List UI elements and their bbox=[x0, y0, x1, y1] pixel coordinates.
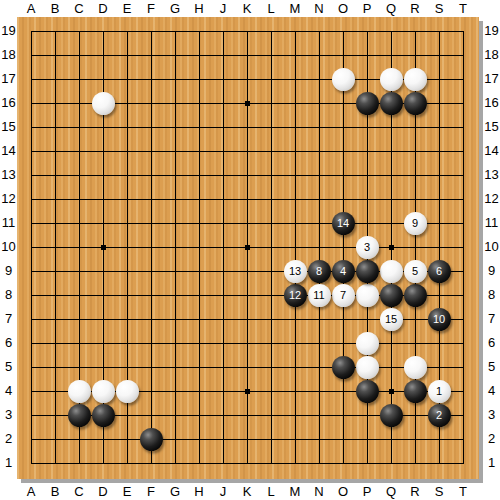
coordinate-label: E bbox=[115, 0, 139, 17]
stone-black[interactable] bbox=[380, 404, 403, 427]
stone-white[interactable]: 7 bbox=[332, 284, 355, 307]
coordinate-label: 16 bbox=[0, 91, 17, 115]
coordinate-label: O bbox=[331, 0, 355, 17]
stone-white[interactable] bbox=[404, 68, 427, 91]
stone-white[interactable]: 11 bbox=[308, 284, 331, 307]
stone-black[interactable] bbox=[332, 356, 355, 379]
coordinate-label: 10 bbox=[0, 235, 17, 259]
coordinate-label: 9 bbox=[483, 259, 500, 283]
coordinate-label: 11 bbox=[483, 211, 500, 235]
coordinate-label: G bbox=[163, 483, 187, 500]
coordinate-label: 16 bbox=[483, 91, 500, 115]
coordinate-label: 8 bbox=[483, 283, 500, 307]
coordinate-label: S bbox=[427, 0, 451, 17]
coordinate-label: 6 bbox=[483, 331, 500, 355]
stone-black[interactable]: 4 bbox=[332, 260, 355, 283]
stone-white[interactable] bbox=[380, 260, 403, 283]
coordinate-label: H bbox=[187, 483, 211, 500]
coordinate-label: 3 bbox=[483, 403, 500, 427]
coordinate-label: 6 bbox=[0, 331, 17, 355]
coordinate-label: 12 bbox=[0, 187, 17, 211]
stone-black[interactable] bbox=[356, 92, 379, 115]
coordinate-label: 18 bbox=[483, 43, 500, 67]
coordinate-label: 8 bbox=[0, 283, 17, 307]
coordinate-label: F bbox=[139, 483, 163, 500]
coordinate-label: 9 bbox=[0, 259, 17, 283]
coordinate-label: Q bbox=[379, 483, 403, 500]
coordinate-label: D bbox=[91, 0, 115, 17]
coordinate-label: M bbox=[283, 483, 307, 500]
stone-white[interactable] bbox=[404, 356, 427, 379]
coordinate-label: H bbox=[187, 0, 211, 17]
go-diagram: ABCDEFGHJKLMNOPQRST ABCDEFGHJKLMNOPQRST … bbox=[0, 0, 500, 500]
coordinate-label: G bbox=[163, 0, 187, 17]
coordinate-label: 17 bbox=[0, 67, 17, 91]
coordinate-label: 14 bbox=[483, 139, 500, 163]
stone-white[interactable] bbox=[116, 380, 139, 403]
stone-white[interactable]: 9 bbox=[404, 212, 427, 235]
stone-white[interactable] bbox=[332, 68, 355, 91]
stone-black[interactable] bbox=[68, 404, 91, 427]
stone-white[interactable] bbox=[68, 380, 91, 403]
coordinate-label: E bbox=[115, 483, 139, 500]
stone-black[interactable]: 14 bbox=[332, 212, 355, 235]
row-labels-right: 19181716151413121110987654321 bbox=[483, 19, 500, 475]
coordinate-label: 5 bbox=[483, 355, 500, 379]
stone-black[interactable] bbox=[92, 404, 115, 427]
coordinate-label: 12 bbox=[483, 187, 500, 211]
coordinate-label: 2 bbox=[0, 427, 17, 451]
coordinate-label: 5 bbox=[0, 355, 17, 379]
coordinate-label: R bbox=[403, 483, 427, 500]
coordinate-label: 1 bbox=[483, 451, 500, 475]
coordinate-label: C bbox=[67, 483, 91, 500]
row-labels-left: 19181716151413121110987654321 bbox=[0, 19, 17, 475]
coordinate-label: 19 bbox=[0, 19, 17, 43]
coordinate-label: O bbox=[331, 483, 355, 500]
coordinate-label: 15 bbox=[0, 115, 17, 139]
coordinate-label: T bbox=[451, 483, 475, 500]
stone-black[interactable] bbox=[356, 260, 379, 283]
stones-grid: 123456789101112131415 bbox=[19, 19, 475, 475]
coordinate-label: M bbox=[283, 0, 307, 17]
coordinate-label: 13 bbox=[483, 163, 500, 187]
coordinate-label: 19 bbox=[483, 19, 500, 43]
coordinate-label: 3 bbox=[0, 403, 17, 427]
coordinate-label: A bbox=[19, 0, 43, 17]
coordinate-label: R bbox=[403, 0, 427, 17]
stone-black[interactable] bbox=[404, 284, 427, 307]
coordinate-label: N bbox=[307, 483, 331, 500]
coordinate-label: P bbox=[355, 483, 379, 500]
stone-black[interactable] bbox=[356, 380, 379, 403]
coordinate-label: 7 bbox=[0, 307, 17, 331]
coordinate-label: K bbox=[235, 0, 259, 17]
column-labels-top: ABCDEFGHJKLMNOPQRST bbox=[19, 0, 475, 17]
coordinate-label: 15 bbox=[483, 115, 500, 139]
coordinate-label: 4 bbox=[0, 379, 17, 403]
coordinate-label: A bbox=[19, 483, 43, 500]
coordinate-label: K bbox=[235, 483, 259, 500]
coordinate-label: 13 bbox=[0, 163, 17, 187]
stone-white[interactable] bbox=[380, 68, 403, 91]
coordinate-label: 2 bbox=[483, 427, 500, 451]
stone-white[interactable] bbox=[356, 356, 379, 379]
coordinate-label: S bbox=[427, 483, 451, 500]
stone-black[interactable]: 12 bbox=[284, 284, 307, 307]
coordinate-label: B bbox=[43, 483, 67, 500]
coordinate-label: 1 bbox=[0, 451, 17, 475]
stone-black[interactable] bbox=[140, 428, 163, 451]
coordinate-label: 7 bbox=[483, 307, 500, 331]
coordinate-label: 10 bbox=[483, 235, 500, 259]
stone-black[interactable] bbox=[404, 92, 427, 115]
stone-white[interactable]: 1 bbox=[428, 380, 451, 403]
stone-white[interactable] bbox=[356, 332, 379, 355]
coordinate-label: 14 bbox=[0, 139, 17, 163]
stone-white[interactable]: 5 bbox=[404, 260, 427, 283]
stone-white[interactable]: 3 bbox=[356, 236, 379, 259]
stone-black[interactable]: 10 bbox=[428, 308, 451, 331]
coordinate-label: L bbox=[259, 483, 283, 500]
stone-white[interactable] bbox=[92, 92, 115, 115]
stone-white[interactable] bbox=[356, 284, 379, 307]
coordinate-label: B bbox=[43, 0, 67, 17]
stone-white[interactable]: 15 bbox=[380, 308, 403, 331]
stone-black[interactable]: 2 bbox=[428, 404, 451, 427]
stone-black[interactable]: 6 bbox=[428, 260, 451, 283]
coordinate-label: L bbox=[259, 0, 283, 17]
coordinate-label: N bbox=[307, 0, 331, 17]
coordinate-label: P bbox=[355, 0, 379, 17]
column-labels-bottom: ABCDEFGHJKLMNOPQRST bbox=[19, 483, 475, 500]
stone-black[interactable] bbox=[380, 92, 403, 115]
coordinate-label: 17 bbox=[483, 67, 500, 91]
stone-black[interactable]: 8 bbox=[308, 260, 331, 283]
coordinate-label: T bbox=[451, 0, 475, 17]
stone-black[interactable] bbox=[404, 380, 427, 403]
goban[interactable]: 123456789101112131415 bbox=[17, 17, 479, 479]
stone-white[interactable]: 13 bbox=[284, 260, 307, 283]
coordinate-label: 4 bbox=[483, 379, 500, 403]
coordinate-label: J bbox=[211, 0, 235, 17]
coordinate-label: Q bbox=[379, 0, 403, 17]
coordinate-label: C bbox=[67, 0, 91, 17]
stone-black[interactable] bbox=[380, 284, 403, 307]
coordinate-label: D bbox=[91, 483, 115, 500]
stone-white[interactable] bbox=[92, 380, 115, 403]
coordinate-label: F bbox=[139, 0, 163, 17]
coordinate-label: 18 bbox=[0, 43, 17, 67]
coordinate-label: J bbox=[211, 483, 235, 500]
coordinate-label: 11 bbox=[0, 211, 17, 235]
